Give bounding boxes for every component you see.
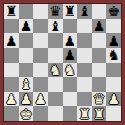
piece-white-king-b1: ♚	[20, 107, 33, 121]
square-f8[interactable]: ♝	[77, 4, 92, 19]
square-d1[interactable]	[48, 106, 63, 121]
square-g3[interactable]	[92, 77, 107, 92]
square-g2[interactable]: ♛	[92, 92, 107, 107]
square-h2[interactable]: ♟	[106, 92, 121, 107]
square-a2[interactable]: ♟	[4, 92, 19, 107]
square-e8[interactable]: ♜	[63, 4, 78, 19]
piece-black-pawn-e6: ♟	[64, 34, 77, 48]
square-f7[interactable]	[77, 19, 92, 34]
piece-black-bishop-f8: ♝	[78, 4, 91, 18]
piece-black-pawn-g7: ♟	[93, 19, 106, 33]
board-frame: ♜♛♜♝♚♟♝♟♟♟♟♟♞♞♞♝♟♟♟♛♟♚♜♜	[0, 0, 125, 125]
square-g4[interactable]	[92, 63, 107, 78]
piece-black-pawn-e5: ♟	[64, 48, 77, 62]
piece-black-rook-e8: ♜	[64, 4, 77, 18]
piece-white-pawn-b2: ♟	[20, 92, 33, 106]
square-f2[interactable]	[77, 92, 92, 107]
piece-white-rook-g1: ♜	[93, 107, 106, 121]
square-d6[interactable]	[48, 33, 63, 48]
square-e2[interactable]	[63, 92, 78, 107]
piece-black-pawn-b7: ♟	[20, 19, 33, 33]
square-g5[interactable]	[92, 48, 107, 63]
square-c1[interactable]	[33, 106, 48, 121]
square-c4[interactable]	[33, 63, 48, 78]
square-c8[interactable]	[33, 4, 48, 19]
square-a7[interactable]	[4, 19, 19, 34]
square-e6[interactable]: ♟	[63, 33, 78, 48]
piece-white-bishop-b3: ♝	[20, 77, 33, 91]
square-c7[interactable]	[33, 19, 48, 34]
piece-white-knight-e4: ♞	[64, 63, 77, 77]
square-b4[interactable]	[19, 63, 34, 78]
piece-black-king-h8: ♚	[107, 4, 120, 18]
square-g1[interactable]: ♜	[92, 106, 107, 121]
square-b5[interactable]	[19, 48, 34, 63]
square-g6[interactable]	[92, 33, 107, 48]
square-b2[interactable]: ♟	[19, 92, 34, 107]
square-h3[interactable]	[106, 77, 121, 92]
square-a1[interactable]	[4, 106, 19, 121]
square-e7[interactable]	[63, 19, 78, 34]
square-d3[interactable]	[48, 77, 63, 92]
square-a8[interactable]: ♜	[4, 4, 19, 19]
square-e3[interactable]	[63, 77, 78, 92]
square-h8[interactable]: ♚	[106, 4, 121, 19]
square-f5[interactable]	[77, 48, 92, 63]
square-f1[interactable]: ♜	[77, 106, 92, 121]
square-c3[interactable]	[33, 77, 48, 92]
square-d8[interactable]: ♛	[48, 4, 63, 19]
piece-black-rook-a8: ♜	[5, 4, 18, 18]
square-e4[interactable]: ♞	[63, 63, 78, 78]
square-d5[interactable]	[48, 48, 63, 63]
square-b3[interactable]: ♝	[19, 77, 34, 92]
square-c5[interactable]	[33, 48, 48, 63]
square-f6[interactable]	[77, 33, 92, 48]
piece-black-pawn-a6: ♟	[5, 34, 18, 48]
square-g7[interactable]: ♟	[92, 19, 107, 34]
square-b6[interactable]	[19, 33, 34, 48]
square-g8[interactable]	[92, 4, 107, 19]
square-a3[interactable]	[4, 77, 19, 92]
square-b7[interactable]: ♟	[19, 19, 34, 34]
square-e5[interactable]: ♟	[63, 48, 78, 63]
square-f3[interactable]	[77, 77, 92, 92]
square-d7[interactable]: ♝	[48, 19, 63, 34]
piece-white-queen-g2: ♛	[93, 92, 106, 106]
piece-white-pawn-a2: ♟	[5, 92, 18, 106]
square-d2[interactable]	[48, 92, 63, 107]
square-a4[interactable]	[4, 63, 19, 78]
square-h7[interactable]	[106, 19, 121, 34]
square-h4[interactable]	[106, 63, 121, 78]
square-f4[interactable]	[77, 63, 92, 78]
square-a6[interactable]: ♟	[4, 33, 19, 48]
piece-black-knight-h5: ♞	[107, 48, 120, 62]
square-c2[interactable]: ♟	[33, 92, 48, 107]
square-h5[interactable]: ♞	[106, 48, 121, 63]
square-h6[interactable]: ♟	[106, 33, 121, 48]
square-e1[interactable]	[63, 106, 78, 121]
square-h1[interactable]	[106, 106, 121, 121]
piece-white-pawn-c2: ♟	[34, 92, 47, 106]
piece-black-queen-d8: ♛	[49, 4, 62, 18]
square-d4[interactable]: ♞	[48, 63, 63, 78]
chess-board: ♜♛♜♝♚♟♝♟♟♟♟♟♞♞♞♝♟♟♟♛♟♚♜♜	[3, 3, 122, 122]
square-a5[interactable]	[4, 48, 19, 63]
piece-white-knight-d4: ♞	[49, 63, 62, 77]
piece-white-pawn-h2: ♟	[107, 92, 120, 106]
piece-black-bishop-d7: ♝	[49, 19, 62, 33]
square-b8[interactable]	[19, 4, 34, 19]
piece-white-rook-f1: ♜	[78, 107, 91, 121]
square-c6[interactable]	[33, 33, 48, 48]
piece-black-pawn-h6: ♟	[107, 34, 120, 48]
square-b1[interactable]: ♚	[19, 106, 34, 121]
